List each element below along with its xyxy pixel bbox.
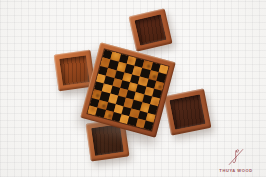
storage-tray-top-interior	[134, 14, 166, 45]
checkerboard-grid	[88, 50, 169, 131]
storage-tray-left-interior	[59, 55, 89, 85]
storage-tray-top	[128, 8, 172, 51]
product-photo-scene: THUYA WOOD	[0, 0, 266, 177]
brand-signature-icon	[227, 147, 245, 167]
brand-name: THUYA WOOD	[210, 168, 262, 173]
storage-tray-right	[164, 88, 212, 135]
storage-tray-bottom-interior	[91, 124, 124, 156]
brand-logo: THUYA WOOD	[210, 147, 262, 173]
storage-tray-right-interior	[169, 94, 205, 129]
board-square-dark	[143, 120, 153, 130]
